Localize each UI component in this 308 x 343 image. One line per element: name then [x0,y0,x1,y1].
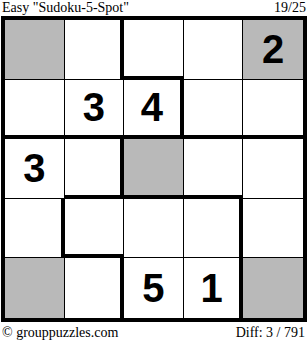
cell-r5c4: 1 [184,258,244,318]
cell-r2c5[interactable] [243,80,303,140]
cell-r4c3[interactable] [124,199,184,259]
cell-r3c5[interactable] [243,139,303,199]
cell-r3c1: 3 [5,139,65,199]
cell-r5c5[interactable] [243,258,303,318]
difficulty-text: Diff: 3 / 791 [236,325,305,340]
puzzle-counter: 19/25 [274,1,306,15]
cell-r1c3[interactable] [124,20,184,80]
cell-r4c1[interactable] [5,199,65,259]
puzzle-page: Easy "Sudoku-5-Spot" 19/25 2 3 4 3 5 1 [0,0,308,343]
cell-r3c2[interactable] [65,139,125,199]
footer-bar: © grouppuzzles.com Diff: 3 / 791 [0,322,308,342]
cell-r2c4[interactable] [184,80,244,140]
puzzle-board: 2 3 4 3 5 1 [1,16,307,322]
cell-r4c2[interactable] [65,199,125,259]
cell-r1c2[interactable] [65,20,125,80]
cell-r3c4[interactable] [184,139,244,199]
cell-r2c3: 4 [124,80,184,140]
cell-r2c1[interactable] [5,80,65,140]
cell-r1c5: 2 [243,20,303,80]
cell-r3c3[interactable] [124,139,184,199]
copyright-text: © grouppuzzles.com [2,325,118,340]
puzzle-title: Easy "Sudoku-5-Spot" [2,1,129,15]
cell-r5c2[interactable] [65,258,125,318]
cell-r1c1[interactable] [5,20,65,80]
cell-r2c2: 3 [65,80,125,140]
cell-r1c4[interactable] [184,20,244,80]
cell-r4c5[interactable] [243,199,303,259]
cell-r5c3: 5 [124,258,184,318]
header-bar: Easy "Sudoku-5-Spot" 19/25 [0,0,308,16]
cell-r4c4[interactable] [184,199,244,259]
cell-r5c1[interactable] [5,258,65,318]
